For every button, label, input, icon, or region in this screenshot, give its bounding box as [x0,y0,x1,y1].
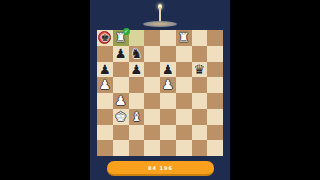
board-square-c7[interactable]: ♞ [129,46,145,62]
board-square-d5[interactable] [144,77,160,93]
board-square-h3[interactable] [207,109,223,125]
board-square-f3[interactable] [176,109,192,125]
board-square-d7[interactable] [144,46,160,62]
board-square-f2[interactable] [176,125,192,141]
app-screenshot: ♚♜✓♜♟♞♟♟♟♛♟♟♟♚♝ 84 196 [0,0,320,180]
board-square-a5[interactable]: ♟ [97,77,113,93]
board-square-b1[interactable] [113,140,129,156]
white-pawn-piece: ♟ [97,77,113,93]
board-square-g3[interactable] [192,109,208,125]
board-square-c4[interactable] [129,93,145,109]
board-square-g6[interactable]: ♛ [192,62,208,78]
board-square-g4[interactable] [192,93,208,109]
board-square-b8[interactable]: ♜✓ [113,30,129,46]
board-square-b4[interactable]: ♟ [113,93,129,109]
board-square-b5[interactable] [113,77,129,93]
board-square-g7[interactable] [192,46,208,62]
board-square-g8[interactable] [192,30,208,46]
board-square-c5[interactable] [129,77,145,93]
king-in-danger-icon [98,31,111,44]
board-square-e6[interactable]: ♟ [160,62,176,78]
black-pawn-piece: ♟ [113,46,129,62]
board-square-c6[interactable]: ♟ [129,62,145,78]
board-square-h4[interactable] [207,93,223,109]
board-square-b7[interactable]: ♟ [113,46,129,62]
board-square-a7[interactable] [97,46,113,62]
board-square-f1[interactable] [176,140,192,156]
board-square-d2[interactable] [144,125,160,141]
lamp-stem [159,7,161,22]
black-queen-piece: ♛ [192,62,208,78]
board-square-g2[interactable] [192,125,208,141]
black-pawn-piece: ♟ [97,62,113,78]
board-square-d3[interactable] [144,109,160,125]
board-square-a3[interactable] [97,109,113,125]
board-square-e2[interactable] [160,125,176,141]
board-square-e7[interactable] [160,46,176,62]
board-square-h5[interactable] [207,77,223,93]
white-pawn-piece: ♟ [113,93,129,109]
board-square-a1[interactable] [97,140,113,156]
board-square-h7[interactable] [207,46,223,62]
next-puzzle-button[interactable]: 84 196 [107,161,214,176]
board-square-f7[interactable] [176,46,192,62]
board-square-h1[interactable] [207,140,223,156]
board-square-e1[interactable] [160,140,176,156]
board-square-d8[interactable] [144,30,160,46]
board-square-c8[interactable] [129,30,145,46]
board-square-g1[interactable] [192,140,208,156]
board-square-a2[interactable] [97,125,113,141]
board-square-b6[interactable] [113,62,129,78]
board-square-f4[interactable] [176,93,192,109]
board-square-g5[interactable] [192,77,208,93]
black-knight-piece: ♞ [129,46,145,62]
correct-move-check-icon: ✓ [123,28,130,35]
board-square-d1[interactable] [144,140,160,156]
board-square-e8[interactable] [160,30,176,46]
board-square-f6[interactable] [176,62,192,78]
black-pawn-piece: ♟ [160,62,176,78]
hanging-lamp-icon [90,0,230,30]
white-pawn-piece: ♟ [160,77,176,93]
white-rook-piece: ♜ [176,30,192,46]
board-square-e5[interactable]: ♟ [160,77,176,93]
board-square-e3[interactable] [160,109,176,125]
board-square-b3[interactable]: ♚ [113,109,129,125]
white-bishop-piece: ♝ [129,109,145,125]
white-king-piece: ♚ [113,109,129,125]
board-square-h8[interactable] [207,30,223,46]
board-square-a4[interactable] [97,93,113,109]
black-pawn-piece: ♟ [129,62,145,78]
board-square-b2[interactable] [113,125,129,141]
board-square-h6[interactable] [207,62,223,78]
board-square-f8[interactable]: ♜ [176,30,192,46]
chess-board: ♚♜✓♜♟♞♟♟♟♛♟♟♟♚♝ [97,30,223,156]
board-square-c3[interactable]: ♝ [129,109,145,125]
board-square-c2[interactable] [129,125,145,141]
board-square-e4[interactable] [160,93,176,109]
board-square-d6[interactable] [144,62,160,78]
lamp-shade [143,21,177,27]
board-square-a6[interactable]: ♟ [97,62,113,78]
phone-screen: ♚♜✓♜♟♞♟♟♟♛♟♟♟♚♝ 84 196 [90,0,230,180]
board-square-d4[interactable] [144,93,160,109]
board-square-a8[interactable]: ♚ [97,30,113,46]
board-square-c1[interactable] [129,140,145,156]
board-square-f5[interactable] [176,77,192,93]
board-square-h2[interactable] [207,125,223,141]
